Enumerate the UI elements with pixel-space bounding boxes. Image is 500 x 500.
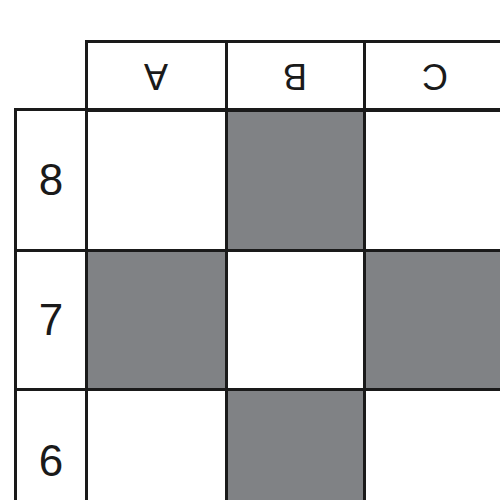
file-label-c: C bbox=[363, 40, 500, 108]
file-label-b: B bbox=[225, 40, 363, 108]
file-label-text-a: A bbox=[144, 58, 168, 94]
rank-label-text-8: 8 bbox=[39, 158, 63, 202]
rank-label-8: 8 bbox=[14, 108, 85, 249]
rank-label-text-7: 7 bbox=[39, 298, 63, 342]
chessboard-diagram: ABC876 bbox=[0, 0, 500, 500]
corner-spacer bbox=[14, 40, 85, 108]
square-b6 bbox=[225, 388, 363, 500]
square-b7 bbox=[225, 249, 363, 388]
square-c7 bbox=[363, 249, 500, 388]
rank-label-text-6: 6 bbox=[39, 439, 63, 483]
board-grid: ABC876 bbox=[14, 40, 500, 500]
rank-label-6: 6 bbox=[14, 388, 85, 500]
square-b8 bbox=[225, 108, 363, 249]
square-a6 bbox=[85, 388, 225, 500]
square-c6 bbox=[363, 388, 500, 500]
file-label-text-b: B bbox=[283, 58, 307, 94]
square-a8 bbox=[85, 108, 225, 249]
square-c8 bbox=[363, 108, 500, 249]
rank-label-7: 7 bbox=[14, 249, 85, 388]
file-label-text-c: C bbox=[422, 58, 448, 94]
square-a7 bbox=[85, 249, 225, 388]
file-label-a: A bbox=[85, 40, 225, 108]
